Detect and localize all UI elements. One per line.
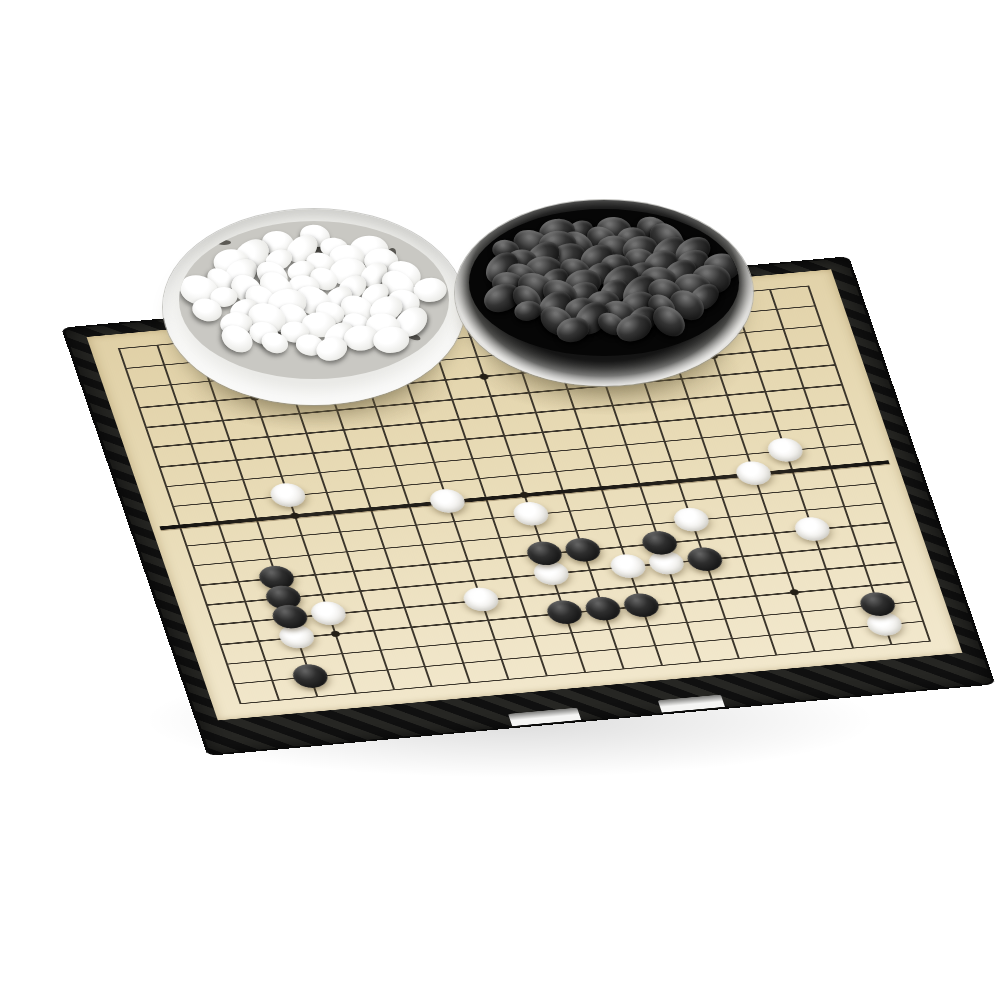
- stone-black-O6[interactable]: [684, 546, 725, 572]
- star-point: [289, 512, 300, 519]
- stone-white-O8[interactable]: [670, 506, 711, 532]
- stone-white-K9[interactable]: [510, 500, 551, 526]
- stone-gap-sliver: [217, 240, 231, 245]
- black-stone-bowl[interactable]: [455, 200, 753, 386]
- star-point: [330, 631, 341, 638]
- stone-white-D5[interactable]: [307, 600, 348, 626]
- stone-white-D11[interactable]: [267, 482, 308, 508]
- stone-white-R7[interactable]: [792, 516, 833, 542]
- stone-black-L4[interactable]: [582, 596, 623, 622]
- stone-white-H5[interactable]: [461, 586, 502, 612]
- bowl-stone-white[interactable]: [373, 326, 410, 354]
- stone-white-R11[interactable]: [765, 437, 806, 463]
- stone-white-M6[interactable]: [607, 553, 648, 579]
- star-point: [519, 491, 530, 498]
- stone-black-M4[interactable]: [621, 592, 662, 618]
- white-stone-bowl[interactable]: [163, 209, 465, 405]
- black-bowl-stones: [469, 209, 739, 356]
- stone-white-H10[interactable]: [427, 488, 468, 514]
- stone-white-Q10[interactable]: [733, 460, 774, 486]
- stone-black-L7[interactable]: [562, 536, 603, 562]
- star-point: [789, 589, 800, 596]
- product-photo-scene: [0, 0, 1002, 1002]
- stone-black-C2[interactable]: [289, 663, 330, 689]
- stone-black-K4[interactable]: [544, 599, 585, 625]
- white-bowl-stones: [179, 221, 449, 379]
